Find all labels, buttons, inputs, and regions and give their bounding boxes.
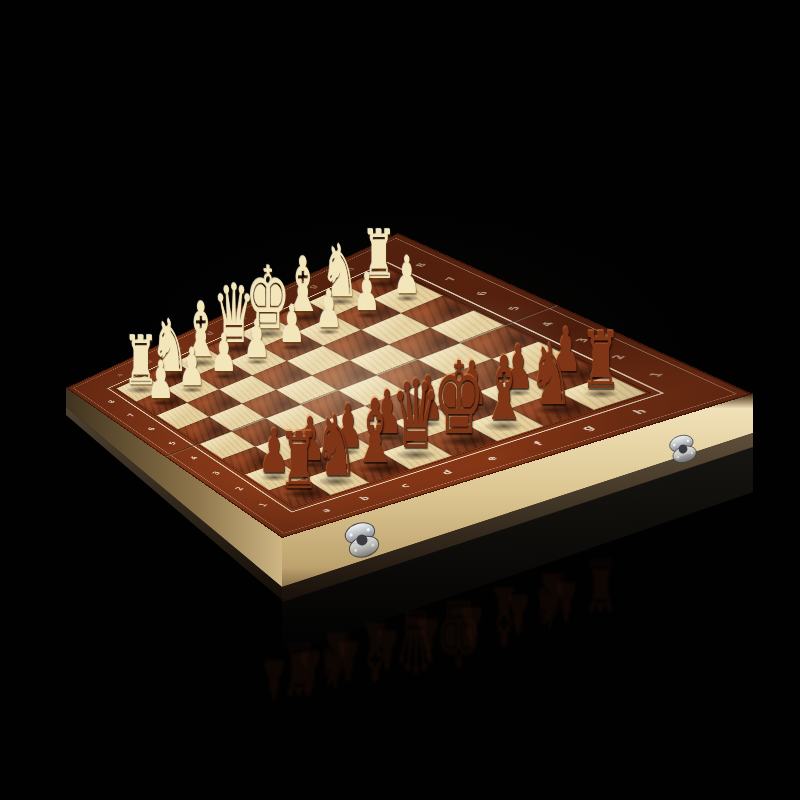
rank-label-2: 2 xyxy=(233,486,246,491)
piece-white-pawn-b7[interactable]: ♟ xyxy=(178,342,205,394)
piece-dark-bishop-c1[interactable]: ♝ xyxy=(352,387,398,475)
piece-dark-bishop-f1[interactable]: ♝ xyxy=(481,345,527,433)
piece-dark-knight-b1[interactable]: ♞ xyxy=(314,404,358,488)
rank-label-5: 5 xyxy=(505,306,523,312)
file-label-f: f xyxy=(531,440,545,447)
piece-dark-rook-a1[interactable]: ♜ xyxy=(279,422,320,500)
piece-dark-rook-h1[interactable]: ♜ xyxy=(581,322,622,400)
piece-dark-knight-g1[interactable]: ♞ xyxy=(529,333,573,417)
piece-white-pawn-a7[interactable]: ♟ xyxy=(148,355,175,407)
piece-white-pawn-d7[interactable]: ♟ xyxy=(244,314,271,366)
file-label-d: d xyxy=(439,469,455,476)
piece-white-pawn-g7[interactable]: ♟ xyxy=(354,268,381,320)
rank-label-6: 6 xyxy=(473,291,491,296)
rank-label-7: 7 xyxy=(442,276,459,281)
piece-dark-queen-d1[interactable]: ♛ xyxy=(391,369,440,463)
rank-label-1: 1 xyxy=(256,502,269,508)
piece-white-pawn-c7[interactable]: ♟ xyxy=(210,329,237,381)
chess-set-photo: ♟♟♜♟♞♟♝♟♚♟♛♟♝♟♞♜ 11aa22bb33cc44dd55ee66f… xyxy=(0,0,800,800)
file-label-b: b xyxy=(358,495,372,502)
piece-white-pawn-f7[interactable]: ♟ xyxy=(315,284,342,336)
rank-label-6: 6 xyxy=(146,426,158,431)
piece-dark-king-e1[interactable]: ♚ xyxy=(433,349,485,449)
file-label-g: g xyxy=(579,424,597,432)
file-label-h: h xyxy=(630,408,649,416)
rank-label-5: 5 xyxy=(166,441,178,446)
rank-label-4: 4 xyxy=(188,455,200,460)
rank-label-7: 7 xyxy=(125,413,136,418)
file-label-c: c xyxy=(398,482,412,489)
rank-label-3: 3 xyxy=(210,470,223,475)
piece-white-pawn-e7[interactable]: ♟ xyxy=(279,299,306,351)
piece-white-pawn-h7[interactable]: ♟ xyxy=(394,250,421,302)
rank-label-1: 1 xyxy=(645,371,666,377)
file-label-e: e xyxy=(484,455,500,462)
file-label-a: a xyxy=(320,507,333,514)
rank-label-8: 8 xyxy=(106,399,117,404)
